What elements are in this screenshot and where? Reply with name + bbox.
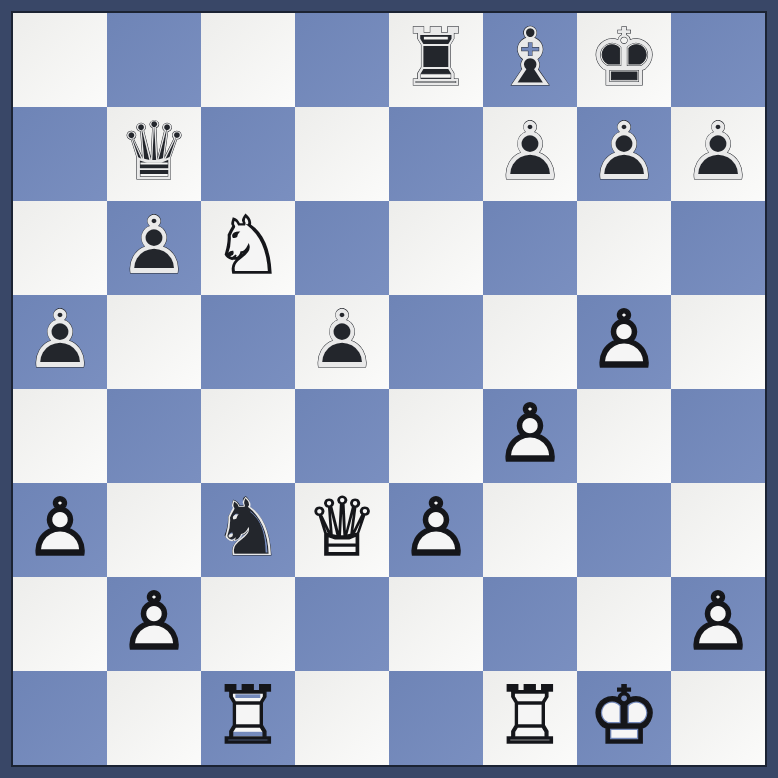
square-b4[interactable] (107, 389, 201, 483)
square-d8[interactable] (295, 13, 389, 107)
white-knight-c6[interactable]: ♞♘ (201, 201, 295, 295)
pawn-glyph-outline: ♙ (107, 577, 201, 671)
black-pawn-b6[interactable]: ♟♙ (107, 201, 201, 295)
rook-glyph-outline: ♖ (389, 13, 483, 107)
square-a3[interactable]: ♟♙ (13, 483, 107, 577)
pawn-glyph-outline: ♙ (483, 389, 577, 483)
square-f3[interactable] (483, 483, 577, 577)
square-d7[interactable] (295, 107, 389, 201)
black-bishop-f8[interactable]: ♝♗ (483, 13, 577, 107)
white-pawn-b2[interactable]: ♟♙ (107, 577, 201, 671)
square-b7[interactable]: ♛♕ (107, 107, 201, 201)
square-e2[interactable] (389, 577, 483, 671)
square-b1[interactable] (107, 671, 201, 765)
square-g4[interactable] (577, 389, 671, 483)
square-g2[interactable] (577, 577, 671, 671)
pawn-glyph-outline: ♙ (107, 201, 201, 295)
square-a7[interactable] (13, 107, 107, 201)
black-pawn-h7[interactable]: ♟♙ (671, 107, 765, 201)
pawn-glyph-outline: ♙ (483, 107, 577, 201)
pawn-glyph-outline: ♙ (295, 295, 389, 389)
queen-glyph-outline: ♕ (295, 483, 389, 577)
black-queen-b7[interactable]: ♛♕ (107, 107, 201, 201)
square-c6[interactable]: ♞♘ (201, 201, 295, 295)
pawn-glyph-outline: ♙ (577, 295, 671, 389)
square-h5[interactable] (671, 295, 765, 389)
square-c1[interactable]: ♜♖ (201, 671, 295, 765)
square-e3[interactable]: ♟♙ (389, 483, 483, 577)
square-e1[interactable] (389, 671, 483, 765)
square-g5[interactable]: ♟♙ (577, 295, 671, 389)
black-pawn-g7[interactable]: ♟♙ (577, 107, 671, 201)
square-c2[interactable] (201, 577, 295, 671)
square-h8[interactable] (671, 13, 765, 107)
white-king-g1[interactable]: ♚♔ (577, 671, 671, 765)
white-pawn-e3[interactable]: ♟♙ (389, 483, 483, 577)
square-b6[interactable]: ♟♙ (107, 201, 201, 295)
square-h6[interactable] (671, 201, 765, 295)
square-e7[interactable] (389, 107, 483, 201)
white-pawn-g5[interactable]: ♟♙ (577, 295, 671, 389)
pawn-glyph-outline: ♙ (577, 107, 671, 201)
square-b5[interactable] (107, 295, 201, 389)
square-a2[interactable] (13, 577, 107, 671)
chess-board: ♜♖♝♗♚♔♛♕♟♙♟♙♟♙♟♙♞♘♟♙♟♙♟♙♟♙♟♙♞♘♛♕♟♙♟♙♟♙♜♖… (11, 11, 767, 767)
square-b2[interactable]: ♟♙ (107, 577, 201, 671)
king-glyph-outline: ♔ (577, 671, 671, 765)
black-pawn-d5[interactable]: ♟♙ (295, 295, 389, 389)
square-f2[interactable] (483, 577, 577, 671)
rook-glyph-outline: ♖ (201, 671, 295, 765)
square-d2[interactable] (295, 577, 389, 671)
square-c5[interactable] (201, 295, 295, 389)
square-e5[interactable] (389, 295, 483, 389)
square-f4[interactable]: ♟♙ (483, 389, 577, 483)
king-glyph-outline: ♔ (577, 13, 671, 107)
square-a1[interactable] (13, 671, 107, 765)
white-rook-c1[interactable]: ♜♖ (201, 671, 295, 765)
pawn-glyph-outline: ♙ (671, 107, 765, 201)
black-rook-e8[interactable]: ♜♖ (389, 13, 483, 107)
square-a8[interactable] (13, 13, 107, 107)
square-g7[interactable]: ♟♙ (577, 107, 671, 201)
square-h1[interactable] (671, 671, 765, 765)
pawn-glyph-outline: ♙ (13, 483, 107, 577)
pawn-glyph-outline: ♙ (389, 483, 483, 577)
square-a4[interactable] (13, 389, 107, 483)
square-d1[interactable] (295, 671, 389, 765)
knight-glyph-outline: ♘ (201, 483, 295, 577)
square-d6[interactable] (295, 201, 389, 295)
square-g6[interactable] (577, 201, 671, 295)
square-a6[interactable] (13, 201, 107, 295)
square-h3[interactable] (671, 483, 765, 577)
white-pawn-f4[interactable]: ♟♙ (483, 389, 577, 483)
white-pawn-a3[interactable]: ♟♙ (13, 483, 107, 577)
square-g8[interactable]: ♚♔ (577, 13, 671, 107)
square-d5[interactable]: ♟♙ (295, 295, 389, 389)
pawn-glyph-outline: ♙ (671, 577, 765, 671)
square-e8[interactable]: ♜♖ (389, 13, 483, 107)
white-pawn-h2[interactable]: ♟♙ (671, 577, 765, 671)
pawn-glyph-outline: ♙ (13, 295, 107, 389)
square-c8[interactable] (201, 13, 295, 107)
knight-glyph-outline: ♘ (201, 201, 295, 295)
white-queen-d3[interactable]: ♛♕ (295, 483, 389, 577)
square-c4[interactable] (201, 389, 295, 483)
square-d3[interactable]: ♛♕ (295, 483, 389, 577)
white-rook-f1[interactable]: ♜♖ (483, 671, 577, 765)
square-g1[interactable]: ♚♔ (577, 671, 671, 765)
square-h7[interactable]: ♟♙ (671, 107, 765, 201)
black-knight-c3[interactable]: ♞♘ (201, 483, 295, 577)
square-a5[interactable]: ♟♙ (13, 295, 107, 389)
square-f8[interactable]: ♝♗ (483, 13, 577, 107)
square-c3[interactable]: ♞♘ (201, 483, 295, 577)
chess-board-frame: ♜♖♝♗♚♔♛♕♟♙♟♙♟♙♟♙♞♘♟♙♟♙♟♙♟♙♟♙♞♘♛♕♟♙♟♙♟♙♜♖… (0, 0, 778, 778)
square-b8[interactable] (107, 13, 201, 107)
square-f6[interactable] (483, 201, 577, 295)
square-g3[interactable] (577, 483, 671, 577)
bishop-glyph-outline: ♗ (483, 13, 577, 107)
square-f7[interactable]: ♟♙ (483, 107, 577, 201)
square-h4[interactable] (671, 389, 765, 483)
black-pawn-f7[interactable]: ♟♙ (483, 107, 577, 201)
rook-glyph-outline: ♖ (483, 671, 577, 765)
black-king-g8[interactable]: ♚♔ (577, 13, 671, 107)
square-e6[interactable] (389, 201, 483, 295)
square-c7[interactable] (201, 107, 295, 201)
square-b3[interactable] (107, 483, 201, 577)
queen-glyph-outline: ♕ (107, 107, 201, 201)
square-f1[interactable]: ♜♖ (483, 671, 577, 765)
square-d4[interactable] (295, 389, 389, 483)
black-pawn-a5[interactable]: ♟♙ (13, 295, 107, 389)
square-e4[interactable] (389, 389, 483, 483)
square-h2[interactable]: ♟♙ (671, 577, 765, 671)
square-f5[interactable] (483, 295, 577, 389)
